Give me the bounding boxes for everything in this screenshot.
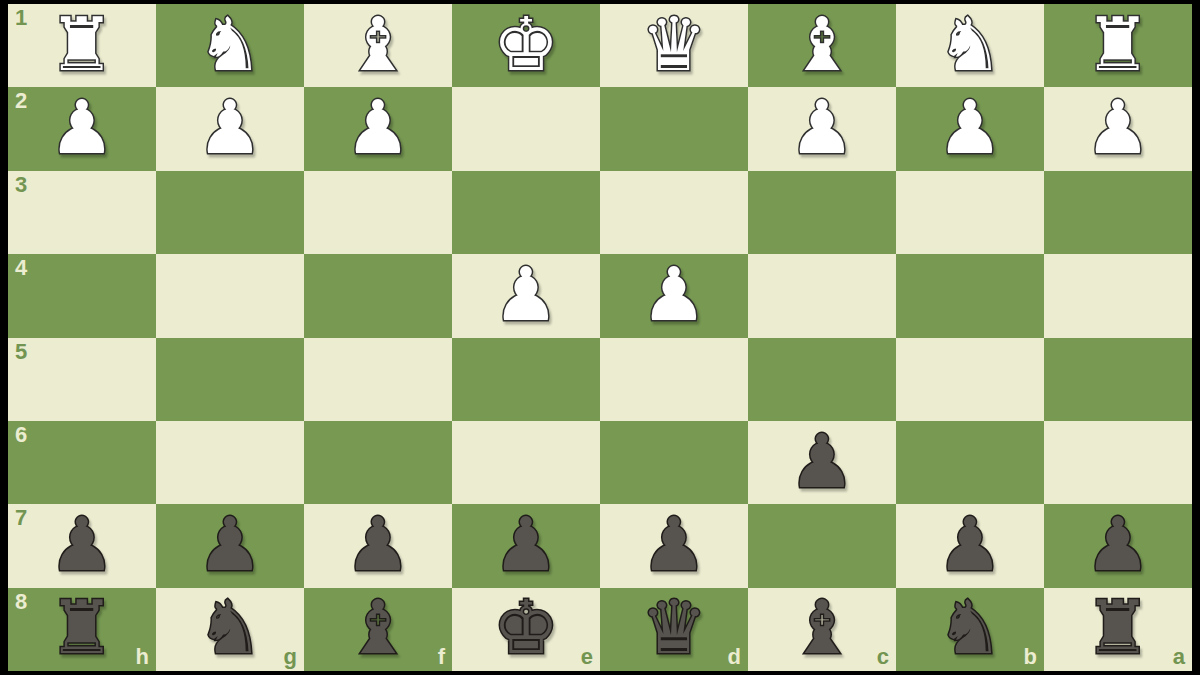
file-label-a: a bbox=[1173, 646, 1185, 668]
square-d5[interactable] bbox=[600, 338, 748, 421]
square-c5[interactable] bbox=[748, 338, 896, 421]
file-label-c: c bbox=[877, 646, 889, 668]
square-h4[interactable]: 4 bbox=[8, 254, 156, 337]
piece-white-pawn[interactable]: ♟ bbox=[345, 90, 411, 164]
square-f3[interactable] bbox=[304, 171, 452, 254]
square-a1[interactable]: ♜ bbox=[1044, 4, 1192, 87]
square-a5[interactable] bbox=[1044, 338, 1192, 421]
square-g8[interactable]: g♞ bbox=[156, 588, 304, 671]
square-h7[interactable]: 7♟ bbox=[8, 504, 156, 587]
square-g4[interactable] bbox=[156, 254, 304, 337]
square-f1[interactable]: ♝ bbox=[304, 4, 452, 87]
square-b1[interactable]: ♞ bbox=[896, 4, 1044, 87]
piece-black-bishop[interactable]: ♝ bbox=[789, 590, 855, 664]
square-e5[interactable] bbox=[452, 338, 600, 421]
square-e1[interactable]: ♚ bbox=[452, 4, 600, 87]
piece-white-bishop[interactable]: ♝ bbox=[789, 7, 855, 81]
piece-white-rook[interactable]: ♜ bbox=[1085, 7, 1151, 81]
square-f5[interactable] bbox=[304, 338, 452, 421]
rank-label-2: 2 bbox=[15, 90, 27, 112]
square-h8[interactable]: 8h♜ bbox=[8, 588, 156, 671]
square-d4[interactable]: ♟ bbox=[600, 254, 748, 337]
rank-label-6: 6 bbox=[15, 424, 27, 446]
piece-white-rook[interactable]: ♜ bbox=[49, 7, 115, 81]
piece-black-pawn[interactable]: ♟ bbox=[937, 507, 1003, 581]
square-e8[interactable]: e♚ bbox=[452, 588, 600, 671]
file-label-h: h bbox=[136, 646, 149, 668]
rank-label-8: 8 bbox=[15, 591, 27, 613]
square-h1[interactable]: 1♜ bbox=[8, 4, 156, 87]
square-g2[interactable]: ♟ bbox=[156, 87, 304, 170]
square-b5[interactable] bbox=[896, 338, 1044, 421]
piece-black-bishop[interactable]: ♝ bbox=[345, 590, 411, 664]
square-a7[interactable]: ♟ bbox=[1044, 504, 1192, 587]
piece-black-pawn[interactable]: ♟ bbox=[345, 507, 411, 581]
piece-black-pawn[interactable]: ♟ bbox=[641, 507, 707, 581]
square-b2[interactable]: ♟ bbox=[896, 87, 1044, 170]
square-a2[interactable]: ♟ bbox=[1044, 87, 1192, 170]
square-e2[interactable] bbox=[452, 87, 600, 170]
square-e7[interactable]: ♟ bbox=[452, 504, 600, 587]
square-b4[interactable] bbox=[896, 254, 1044, 337]
piece-white-pawn[interactable]: ♟ bbox=[1085, 90, 1151, 164]
square-c8[interactable]: c♝ bbox=[748, 588, 896, 671]
piece-black-rook[interactable]: ♜ bbox=[49, 590, 115, 664]
chess-board: 1♜♞♝♚♛♝♞♜2♟♟♟♟♟♟34♟♟56♟7♟♟♟♟♟♟♟8h♜g♞f♝e♚… bbox=[8, 4, 1192, 671]
square-d3[interactable] bbox=[600, 171, 748, 254]
piece-white-king[interactable]: ♚ bbox=[493, 7, 559, 81]
square-b3[interactable] bbox=[896, 171, 1044, 254]
piece-white-knight[interactable]: ♞ bbox=[937, 7, 1003, 81]
piece-white-queen[interactable]: ♛ bbox=[641, 7, 707, 81]
piece-white-knight[interactable]: ♞ bbox=[197, 7, 263, 81]
square-d1[interactable]: ♛ bbox=[600, 4, 748, 87]
file-label-d: d bbox=[728, 646, 741, 668]
rank-label-7: 7 bbox=[15, 507, 27, 529]
square-h6[interactable]: 6 bbox=[8, 421, 156, 504]
file-label-g: g bbox=[284, 646, 297, 668]
square-g6[interactable] bbox=[156, 421, 304, 504]
piece-white-pawn[interactable]: ♟ bbox=[789, 90, 855, 164]
piece-black-pawn[interactable]: ♟ bbox=[1085, 507, 1151, 581]
rank-label-5: 5 bbox=[15, 341, 27, 363]
square-f8[interactable]: f♝ bbox=[304, 588, 452, 671]
square-f4[interactable] bbox=[304, 254, 452, 337]
square-a4[interactable] bbox=[1044, 254, 1192, 337]
piece-black-pawn[interactable]: ♟ bbox=[789, 424, 855, 498]
square-g1[interactable]: ♞ bbox=[156, 4, 304, 87]
square-d6[interactable] bbox=[600, 421, 748, 504]
piece-black-pawn[interactable]: ♟ bbox=[49, 507, 115, 581]
piece-black-king[interactable]: ♚ bbox=[493, 590, 559, 664]
piece-white-pawn[interactable]: ♟ bbox=[197, 90, 263, 164]
file-label-e: e bbox=[581, 646, 593, 668]
rank-label-4: 4 bbox=[15, 257, 27, 279]
square-f6[interactable] bbox=[304, 421, 452, 504]
square-d2[interactable] bbox=[600, 87, 748, 170]
square-c3[interactable] bbox=[748, 171, 896, 254]
square-g5[interactable] bbox=[156, 338, 304, 421]
piece-black-knight[interactable]: ♞ bbox=[197, 590, 263, 664]
square-d8[interactable]: d♛ bbox=[600, 588, 748, 671]
square-c4[interactable] bbox=[748, 254, 896, 337]
square-e6[interactable] bbox=[452, 421, 600, 504]
square-b8[interactable]: b♞ bbox=[896, 588, 1044, 671]
square-c6[interactable]: ♟ bbox=[748, 421, 896, 504]
square-c1[interactable]: ♝ bbox=[748, 4, 896, 87]
rank-label-1: 1 bbox=[15, 7, 27, 29]
piece-white-bishop[interactable]: ♝ bbox=[345, 7, 411, 81]
square-a8[interactable]: a♜ bbox=[1044, 588, 1192, 671]
square-h3[interactable]: 3 bbox=[8, 171, 156, 254]
square-f2[interactable]: ♟ bbox=[304, 87, 452, 170]
piece-white-pawn[interactable]: ♟ bbox=[493, 257, 559, 331]
piece-white-pawn[interactable]: ♟ bbox=[641, 257, 707, 331]
square-a3[interactable] bbox=[1044, 171, 1192, 254]
square-c7[interactable] bbox=[748, 504, 896, 587]
piece-black-pawn[interactable]: ♟ bbox=[493, 507, 559, 581]
square-d7[interactable]: ♟ bbox=[600, 504, 748, 587]
piece-black-pawn[interactable]: ♟ bbox=[197, 507, 263, 581]
square-g3[interactable] bbox=[156, 171, 304, 254]
square-e3[interactable] bbox=[452, 171, 600, 254]
piece-black-knight[interactable]: ♞ bbox=[937, 590, 1003, 664]
square-b7[interactable]: ♟ bbox=[896, 504, 1044, 587]
square-c2[interactable]: ♟ bbox=[748, 87, 896, 170]
piece-black-rook[interactable]: ♜ bbox=[1085, 590, 1151, 664]
file-label-b: b bbox=[1024, 646, 1037, 668]
square-e4[interactable]: ♟ bbox=[452, 254, 600, 337]
square-b6[interactable] bbox=[896, 421, 1044, 504]
piece-black-queen[interactable]: ♛ bbox=[641, 590, 707, 664]
square-g7[interactable]: ♟ bbox=[156, 504, 304, 587]
rank-label-3: 3 bbox=[15, 174, 27, 196]
piece-white-pawn[interactable]: ♟ bbox=[49, 90, 115, 164]
piece-white-pawn[interactable]: ♟ bbox=[937, 90, 1003, 164]
square-h2[interactable]: 2♟ bbox=[8, 87, 156, 170]
square-f7[interactable]: ♟ bbox=[304, 504, 452, 587]
square-h5[interactable]: 5 bbox=[8, 338, 156, 421]
file-label-f: f bbox=[438, 646, 445, 668]
square-a6[interactable] bbox=[1044, 421, 1192, 504]
